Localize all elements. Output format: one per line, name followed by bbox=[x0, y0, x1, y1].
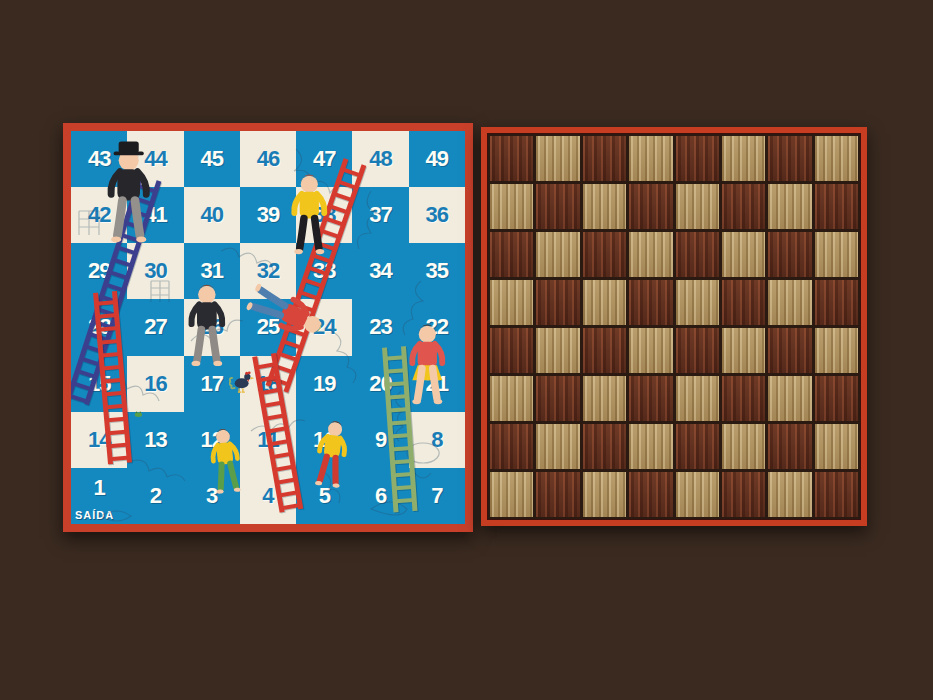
square-c3-light bbox=[583, 376, 626, 421]
chimney-sweep-man bbox=[99, 139, 158, 247]
square-c4-dark bbox=[583, 328, 626, 373]
track-cell-34: 34 bbox=[352, 243, 408, 299]
square-b3-dark bbox=[536, 376, 579, 421]
square-f4-light bbox=[722, 328, 765, 373]
start-label-saida: SAÍDA bbox=[75, 509, 114, 521]
square-b7-dark bbox=[536, 184, 579, 229]
square-h1-dark bbox=[815, 472, 858, 517]
track-cell-7: 7 bbox=[409, 468, 465, 524]
square-c8-dark bbox=[583, 136, 626, 181]
square-g1-light bbox=[768, 472, 811, 517]
square-h5-dark bbox=[815, 280, 858, 325]
cell-number: 1 bbox=[94, 475, 105, 501]
square-a6-dark bbox=[490, 232, 533, 277]
square-e5-light bbox=[676, 280, 719, 325]
square-d7-dark bbox=[629, 184, 672, 229]
cell-number: 17 bbox=[200, 371, 222, 397]
cell-number: 45 bbox=[200, 146, 222, 172]
cell-number: 39 bbox=[257, 202, 279, 228]
square-f6-light bbox=[722, 232, 765, 277]
square-d8-light bbox=[629, 136, 672, 181]
checkers-grid bbox=[490, 136, 858, 517]
track-cell-37: 37 bbox=[352, 187, 408, 243]
square-d5-dark bbox=[629, 280, 672, 325]
square-h8-light bbox=[815, 136, 858, 181]
track-cell-8: 8 bbox=[409, 412, 465, 468]
cell-number: 34 bbox=[369, 258, 391, 284]
cell-number: 2 bbox=[150, 483, 161, 509]
cell-number: 9 bbox=[375, 427, 386, 453]
cell-number: 16 bbox=[144, 371, 166, 397]
square-a8-dark bbox=[490, 136, 533, 181]
square-a2-dark bbox=[490, 424, 533, 469]
square-e4-dark bbox=[676, 328, 719, 373]
square-b2-light bbox=[536, 424, 579, 469]
square-b8-light bbox=[536, 136, 579, 181]
square-b6-light bbox=[536, 232, 579, 277]
track-cell-19: 19 bbox=[296, 356, 352, 412]
square-e7-light bbox=[676, 184, 719, 229]
square-a7-light bbox=[490, 184, 533, 229]
track-cell-40: 40 bbox=[184, 187, 240, 243]
square-g5-light bbox=[768, 280, 811, 325]
square-g3-light bbox=[768, 376, 811, 421]
cell-number: 13 bbox=[144, 427, 166, 453]
square-c6-dark bbox=[583, 232, 626, 277]
track-cell-16: 16 bbox=[127, 356, 183, 412]
square-f5-dark bbox=[722, 280, 765, 325]
ladders-game-board: 4344454647484942414039383736293031323334… bbox=[63, 123, 473, 532]
cell-number: 36 bbox=[426, 202, 448, 228]
square-e3-light bbox=[676, 376, 719, 421]
climbing-boy-yellow bbox=[284, 166, 335, 258]
cell-number: 27 bbox=[144, 314, 166, 340]
square-a4-dark bbox=[490, 328, 533, 373]
square-f1-dark bbox=[722, 472, 765, 517]
frog bbox=[134, 406, 143, 422]
cell-number: 23 bbox=[369, 314, 391, 340]
square-e8-dark bbox=[676, 136, 719, 181]
square-h3-dark bbox=[815, 376, 858, 421]
square-a3-light bbox=[490, 376, 533, 421]
square-h6-light bbox=[815, 232, 858, 277]
square-c2-dark bbox=[583, 424, 626, 469]
square-c1-light bbox=[583, 472, 626, 517]
cell-number: 4 bbox=[262, 483, 273, 509]
girl-red-top-yellow-skirt bbox=[402, 316, 453, 408]
square-g2-dark bbox=[768, 424, 811, 469]
cell-number: 49 bbox=[426, 146, 448, 172]
track-cell-1: 1SAÍDA bbox=[71, 468, 127, 524]
square-g7-light bbox=[768, 184, 811, 229]
cell-number: 8 bbox=[431, 427, 442, 453]
square-h2-light bbox=[815, 424, 858, 469]
cell-number: 19 bbox=[313, 371, 335, 397]
track-cell-36: 36 bbox=[409, 187, 465, 243]
square-c5-light bbox=[583, 280, 626, 325]
cell-number: 40 bbox=[200, 202, 222, 228]
square-d1-dark bbox=[629, 472, 672, 517]
track-cell-27: 27 bbox=[127, 299, 183, 355]
square-b1-dark bbox=[536, 472, 579, 517]
climbing-boy-black bbox=[181, 276, 233, 370]
square-e6-dark bbox=[676, 232, 719, 277]
square-e1-light bbox=[676, 472, 719, 517]
track-cell-35: 35 bbox=[409, 243, 465, 299]
cell-number: 48 bbox=[369, 146, 391, 172]
cell-number: 37 bbox=[369, 202, 391, 228]
track-cell-2: 2 bbox=[127, 468, 183, 524]
cell-number: 46 bbox=[257, 146, 279, 172]
square-f7-dark bbox=[722, 184, 765, 229]
cell-number: 30 bbox=[144, 258, 166, 284]
square-g4-dark bbox=[768, 328, 811, 373]
square-h7-dark bbox=[815, 184, 858, 229]
cell-number: 35 bbox=[426, 258, 448, 284]
cell-number: 7 bbox=[431, 483, 442, 509]
track-cell-45: 45 bbox=[184, 131, 240, 187]
ladders-board-playfield: 4344454647484942414039383736293031323334… bbox=[71, 131, 465, 524]
square-d4-light bbox=[629, 328, 672, 373]
cell-number: 6 bbox=[375, 483, 386, 509]
square-c7-light bbox=[583, 184, 626, 229]
square-f3-dark bbox=[722, 376, 765, 421]
sitting-boy-crying bbox=[201, 420, 249, 498]
square-h4-light bbox=[815, 328, 858, 373]
photo-of-game-boards-on-table: { "game": "Folding board-game set on a d… bbox=[0, 0, 933, 700]
square-a1-light bbox=[490, 472, 533, 517]
square-e2-dark bbox=[676, 424, 719, 469]
square-a5-light bbox=[490, 280, 533, 325]
square-f2-light bbox=[722, 424, 765, 469]
square-b4-light bbox=[536, 328, 579, 373]
square-g6-dark bbox=[768, 232, 811, 277]
square-b5-dark bbox=[536, 280, 579, 325]
checkers-chess-board bbox=[481, 127, 867, 526]
square-f8-light bbox=[722, 136, 765, 181]
track-cell-49: 49 bbox=[409, 131, 465, 187]
square-d6-light bbox=[629, 232, 672, 277]
square-d2-light bbox=[629, 424, 672, 469]
square-d3-dark bbox=[629, 376, 672, 421]
rooster bbox=[229, 359, 254, 405]
square-g8-dark bbox=[768, 136, 811, 181]
